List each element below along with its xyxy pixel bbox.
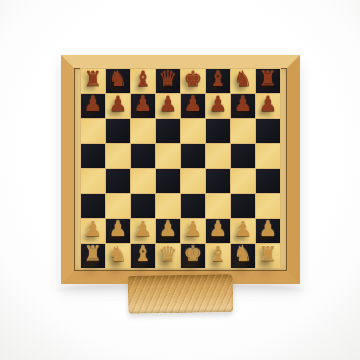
piece-white-pawn-b2[interactable]: ♟: [109, 218, 128, 240]
square-f7[interactable]: ♟: [206, 94, 230, 118]
square-b4[interactable]: [106, 169, 130, 193]
piece-black-bishop-f8[interactable]: ♝: [209, 68, 228, 90]
square-f8[interactable]: ♝: [206, 69, 230, 93]
piece-white-pawn-e2[interactable]: ♟: [184, 218, 203, 240]
square-g8[interactable]: ♞: [231, 69, 255, 93]
photo-background: ♜♞♝♛♚♝♞♜♟♟♟♟♟♟♟♟♟♟♟♟♟♟♟♟♜♞♝♛♚♝♞♜: [0, 0, 360, 360]
square-h4[interactable]: [256, 169, 280, 193]
square-g4[interactable]: [231, 169, 255, 193]
square-a3[interactable]: [81, 194, 105, 218]
square-f1[interactable]: ♝: [206, 244, 230, 268]
square-g7[interactable]: ♟: [231, 94, 255, 118]
piece-white-bishop-c1[interactable]: ♝: [134, 243, 153, 265]
square-b2[interactable]: ♟: [106, 219, 130, 243]
piece-black-rook-a8[interactable]: ♜: [84, 68, 103, 90]
square-d3[interactable]: [156, 194, 180, 218]
square-d4[interactable]: [156, 169, 180, 193]
piece-white-pawn-g2[interactable]: ♟: [234, 218, 253, 240]
piece-white-pawn-h2[interactable]: ♟: [259, 218, 278, 240]
square-b8[interactable]: ♞: [106, 69, 130, 93]
square-h7[interactable]: ♟: [256, 94, 280, 118]
square-e1[interactable]: ♚: [181, 244, 205, 268]
square-h6[interactable]: [256, 119, 280, 143]
square-d5[interactable]: [156, 144, 180, 168]
square-h8[interactable]: ♜: [256, 69, 280, 93]
piece-white-pawn-f2[interactable]: ♟: [209, 218, 228, 240]
square-e4[interactable]: [181, 169, 205, 193]
square-d1[interactable]: ♛: [156, 244, 180, 268]
square-g3[interactable]: [231, 194, 255, 218]
square-b1[interactable]: ♞: [106, 244, 130, 268]
piece-black-pawn-c7[interactable]: ♟: [134, 93, 153, 115]
piece-black-pawn-d7[interactable]: ♟: [159, 93, 178, 115]
piece-white-king-e1[interactable]: ♚: [184, 243, 203, 265]
piece-white-pawn-c2[interactable]: ♟: [134, 218, 153, 240]
piece-black-queen-d8[interactable]: ♛: [159, 68, 178, 90]
square-c6[interactable]: [131, 119, 155, 143]
square-h3[interactable]: [256, 194, 280, 218]
piece-white-bishop-f1[interactable]: ♝: [209, 243, 228, 265]
square-a1[interactable]: ♜: [81, 244, 105, 268]
square-e7[interactable]: ♟: [181, 94, 205, 118]
square-h1[interactable]: ♜: [256, 244, 280, 268]
square-b6[interactable]: [106, 119, 130, 143]
square-h2[interactable]: ♟: [256, 219, 280, 243]
piece-black-pawn-e7[interactable]: ♟: [184, 93, 203, 115]
square-a6[interactable]: [81, 119, 105, 143]
square-d8[interactable]: ♛: [156, 69, 180, 93]
square-g1[interactable]: ♞: [231, 244, 255, 268]
square-a5[interactable]: [81, 144, 105, 168]
piece-white-rook-a1[interactable]: ♜: [84, 243, 103, 265]
piece-black-pawn-f7[interactable]: ♟: [209, 93, 228, 115]
square-g2[interactable]: ♟: [231, 219, 255, 243]
piece-white-knight-b1[interactable]: ♞: [109, 243, 128, 265]
square-b7[interactable]: ♟: [106, 94, 130, 118]
square-c8[interactable]: ♝: [131, 69, 155, 93]
board-stand: [128, 274, 234, 314]
square-c3[interactable]: [131, 194, 155, 218]
square-a4[interactable]: [81, 169, 105, 193]
square-b5[interactable]: [106, 144, 130, 168]
square-e6[interactable]: [181, 119, 205, 143]
square-c7[interactable]: ♟: [131, 94, 155, 118]
square-h5[interactable]: [256, 144, 280, 168]
square-f4[interactable]: [206, 169, 230, 193]
square-e8[interactable]: ♚: [181, 69, 205, 93]
piece-black-bishop-c8[interactable]: ♝: [134, 68, 153, 90]
piece-black-king-e8[interactable]: ♚: [184, 68, 203, 90]
square-c2[interactable]: ♟: [131, 219, 155, 243]
square-c1[interactable]: ♝: [131, 244, 155, 268]
square-e3[interactable]: [181, 194, 205, 218]
piece-black-knight-g8[interactable]: ♞: [234, 68, 253, 90]
square-f6[interactable]: [206, 119, 230, 143]
square-a2[interactable]: ♟: [81, 219, 105, 243]
piece-black-pawn-g7[interactable]: ♟: [234, 93, 253, 115]
piece-white-knight-g1[interactable]: ♞: [234, 243, 253, 265]
piece-black-knight-b8[interactable]: ♞: [109, 68, 128, 90]
square-d2[interactable]: ♟: [156, 219, 180, 243]
square-e2[interactable]: ♟: [181, 219, 205, 243]
square-a8[interactable]: ♜: [81, 69, 105, 93]
square-g5[interactable]: [231, 144, 255, 168]
square-d7[interactable]: ♟: [156, 94, 180, 118]
piece-black-pawn-h7[interactable]: ♟: [259, 93, 278, 115]
square-a7[interactable]: ♟: [81, 94, 105, 118]
square-c5[interactable]: [131, 144, 155, 168]
square-d6[interactable]: [156, 119, 180, 143]
square-f3[interactable]: [206, 194, 230, 218]
square-f5[interactable]: [206, 144, 230, 168]
square-g6[interactable]: [231, 119, 255, 143]
board-grid: ♜♞♝♛♚♝♞♜♟♟♟♟♟♟♟♟♟♟♟♟♟♟♟♟♜♞♝♛♚♝♞♜: [81, 69, 280, 268]
square-f2[interactable]: ♟: [206, 219, 230, 243]
piece-white-pawn-a2[interactable]: ♟: [84, 218, 103, 240]
piece-black-pawn-a7[interactable]: ♟: [84, 93, 103, 115]
square-b3[interactable]: [106, 194, 130, 218]
piece-white-pawn-d2[interactable]: ♟: [159, 218, 178, 240]
piece-white-rook-h1[interactable]: ♜: [259, 243, 278, 265]
piece-black-pawn-b7[interactable]: ♟: [109, 93, 128, 115]
piece-black-rook-h8[interactable]: ♜: [259, 68, 278, 90]
piece-white-queen-d1[interactable]: ♛: [159, 243, 178, 265]
square-c4[interactable]: [131, 169, 155, 193]
chess-board: ♜♞♝♛♚♝♞♜♟♟♟♟♟♟♟♟♟♟♟♟♟♟♟♟♜♞♝♛♚♝♞♜: [61, 55, 300, 284]
square-e5[interactable]: [181, 144, 205, 168]
